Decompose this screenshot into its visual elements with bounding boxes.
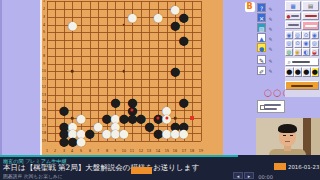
triangle-tool[interactable]: ▲ [257,33,266,42]
stone-icon: ● [312,69,318,76]
tool-grid-button[interactable]: ◎ [294,31,302,39]
tool-grid-button[interactable]: ◉ [302,40,310,48]
save-button[interactable] [302,12,319,20]
hoshi-point [174,23,177,26]
tool-grid-button[interactable]: ◉ [285,31,293,39]
col-label: 4 [71,149,73,152]
tool-grid-button[interactable]: ◎ [285,40,293,48]
tool-grid-button[interactable]: ◉ [294,48,302,56]
pencil-mini-icon: ✎ [269,46,273,52]
tool-grid-button[interactable]: ◎ [311,40,319,48]
row-label: 17 [41,124,45,127]
grid-hline [47,87,201,88]
col-label: 13 [147,149,151,152]
col-label: 15 [164,149,168,152]
b-logo: B [245,2,255,12]
row-label: 14 [41,101,45,104]
grid-hline [47,79,201,80]
row-label: 18 [41,132,45,135]
col-label: 5 [80,149,82,152]
option-button[interactable] [285,21,301,29]
stone-icon: ● [303,69,309,76]
screen: { "game": {"name": "go", "board_size": 1… [0,0,320,180]
circle-tool[interactable]: ● [257,43,266,52]
pen-tool[interactable]: ✎ [257,55,266,64]
col-label: 6 [88,149,90,152]
status-button-pink[interactable] [302,21,319,30]
row-label: 15 [41,108,45,111]
image-tool[interactable]: ▨ [257,23,266,32]
lecturer-eye-left [283,135,286,136]
caption-text-line2 [264,108,277,110]
tool-grid-button[interactable]: ◐ [302,48,310,56]
col-label: 3 [63,149,65,152]
help-tool[interactable]: ? [257,3,266,12]
row-label: 6 [42,39,44,42]
player-prev-button[interactable]: ◂ [233,172,243,179]
pencil-mini-icon: ✎ [269,15,273,21]
hoshi-point [71,70,74,73]
hoshi-point [71,23,74,26]
row-label: 2 [42,7,44,10]
stone-color-button[interactable]: ● [302,67,311,77]
list-icon: ▤ [308,4,313,9]
grid-vline [167,1,168,141]
col-label: 16 [173,149,177,152]
grid-hline [47,110,201,111]
lecturer-eye-right [290,135,293,136]
stone-color-button[interactable]: ● [311,67,320,77]
col-label: 14 [156,149,160,152]
col-label: 10 [122,149,126,152]
row-label: 7 [42,46,44,49]
grid-vline [192,1,193,141]
grid-icon: ▦ [290,4,295,9]
bottom-bar: 幽玄の間 プレミアム生中継 本日は【棋聖戦 第2局】大盤解説会の模様をお送りしま… [0,155,320,180]
tool-grid-button[interactable]: ◉ [311,31,319,39]
col-label: 12 [139,149,143,152]
board-size-field[interactable]: ⌕ [285,58,319,66]
tool-grid-icon: ◐ [304,50,309,55]
tool-grid-button[interactable]: ◍ [285,48,293,56]
search-icon: ⌕ [288,59,291,64]
pen2-tool[interactable]: ✐ [257,66,266,75]
grid-hline [47,126,201,127]
col-label: 19 [199,149,203,152]
stone-icon: ● [295,69,301,76]
col-label: 17 [181,149,185,152]
col-label: 7 [97,149,99,152]
row-label: 5 [42,31,44,34]
row-label: 13 [41,93,45,96]
tool-grid-icon: ⊙ [304,33,309,38]
row-label: 3 [42,15,44,18]
ticker-main-text: 本日は【棋聖戦 第2局】大盤解説会の模様をお送りします [3,163,199,173]
row-label: 19 [41,140,45,143]
row-label: 12 [41,85,45,88]
stone-icon: ● [286,69,292,76]
col-label: 18 [190,149,194,152]
grid-hline [47,102,201,103]
live-badge [274,163,286,170]
tool-grid-icon: ◉ [287,33,292,38]
tool-grid-icon: ◍ [287,50,292,55]
red-annotation-mark [190,116,194,120]
grid-vline [141,1,142,141]
save-label [305,15,317,17]
pencil-mini-icon: ✎ [269,5,273,11]
hoshi-point [174,70,177,73]
option-label [288,24,299,26]
grid-hline [47,95,201,96]
window-button-1[interactable]: ▦ [285,1,301,11]
red-annotation-mark [165,116,168,119]
pencil-mini-icon: ✎ [269,69,273,75]
grid-vline [132,1,133,141]
tool-grid-icon: ◎ [295,33,300,38]
row-label: 16 [41,116,45,119]
tool-grid-button[interactable]: ⊙ [302,31,310,39]
caption-text-line1 [264,104,281,106]
red-annotation-mark [131,109,134,112]
hoshi-point [122,23,125,26]
hoshi-point [174,117,177,120]
grid-vline [149,1,150,141]
go-board[interactable]: 1234567891011121314151617181912345678910… [40,0,223,155]
col-label: 8 [106,149,108,152]
window-button-2[interactable]: ▤ [302,1,319,11]
col-label: 2 [54,149,56,152]
col-label: 1 [46,149,48,152]
record-button[interactable]: ● [285,12,301,20]
lecturer-mouth [285,141,290,142]
player-time: 00:00 [258,174,273,180]
row-label: 11 [41,77,45,80]
tool-grid-button[interactable]: ⊙ [294,40,302,48]
row-label: 8 [42,54,44,57]
grid-vline [158,1,159,141]
board-size-label [292,61,310,63]
stone-color-button[interactable]: ● [285,67,294,77]
grid-vline [201,1,202,141]
start-button-label [291,85,313,87]
tool-grid-icon: ◉ [304,41,309,46]
row-label: 4 [42,23,44,26]
teal-divider [0,155,238,157]
tool-grid-icon: ◉ [295,50,300,55]
stone-button-row: ●●●● [285,67,319,77]
red-circle-stamp[interactable]: ◯ [273,90,281,98]
hoshi-point [122,117,125,120]
tool-grid-icon: ◎ [312,41,317,46]
left-edge-stripe [0,0,2,155]
red-circle-stamp[interactable]: ◯ [264,90,272,98]
grid-vline [184,1,185,141]
stone-color-button[interactable]: ● [294,67,303,77]
lecturer-hair [278,124,297,133]
pencil-mini-icon: ✎ [269,35,273,41]
record-icon: ● [287,14,291,19]
pencil-mini-icon: ✎ [269,58,273,64]
col-label: 11 [130,149,134,152]
close-tool[interactable]: ✕ [257,13,266,22]
grid-hline [47,141,201,142]
tool-grid-icon: ◉ [312,33,317,38]
ticker-small-text: 囲碁講座 次回もお楽しみに [3,173,63,180]
status-label [305,25,317,27]
hoshi-point [71,117,74,120]
row-label: 10 [41,70,45,73]
row-label: 1 [42,0,44,3]
row-label: 9 [42,62,44,65]
col-label: 9 [114,149,116,152]
ticker-badge [131,167,152,174]
timestamp: 2016-01-23 19:00 [288,164,320,170]
tool-grid-icon: ◒ [312,50,317,55]
tool-grid-icon: ⊙ [295,41,300,46]
tool-grid-icon: ◎ [287,41,292,46]
record-label [291,15,299,17]
hoshi-point [122,70,125,73]
pencil-mini-icon: ✎ [269,25,273,31]
tool-grid-button[interactable]: ◒ [311,48,319,56]
grid-hline [47,133,201,134]
annotation-caption-box[interactable] [257,100,285,113]
player-next-button[interactable]: ▸ [244,172,254,179]
start-button[interactable] [285,81,319,90]
red-annotation-mark [156,116,159,119]
